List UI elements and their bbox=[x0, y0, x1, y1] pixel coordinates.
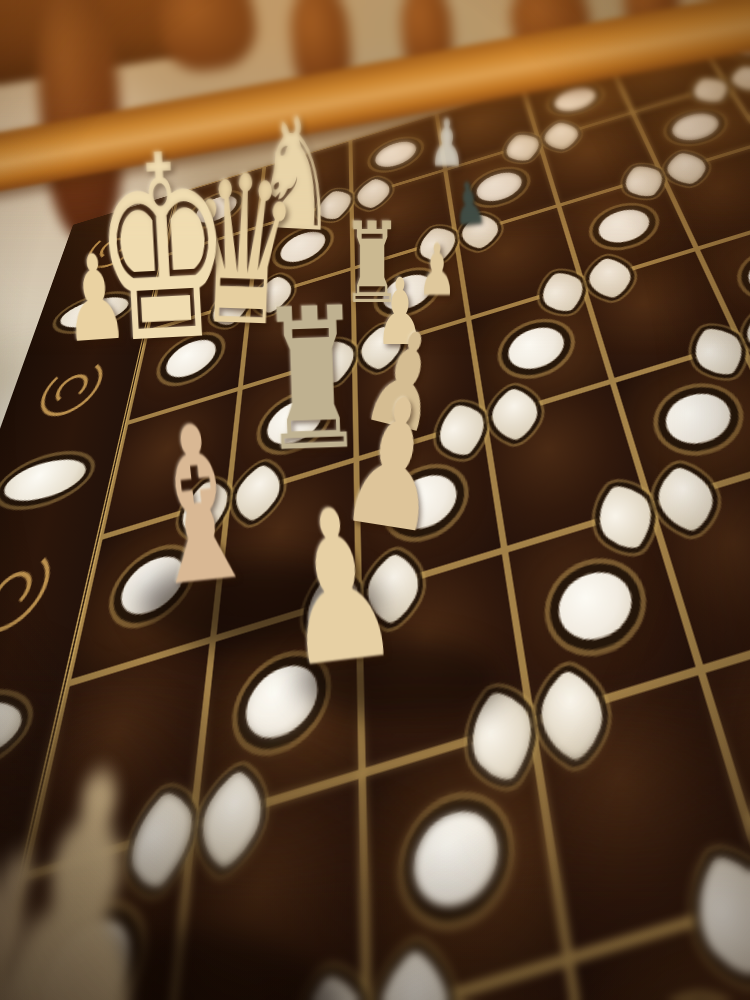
light-pawn[interactable]: ♟ bbox=[429, 111, 465, 177]
pieces-layer: ♟♚♛♞♜♜♟♟♝♟♟♟♟♟♟♟ bbox=[0, 0, 750, 1000]
photo-stage: ♟♚♛♞♜♜♟♟♝♟♟♟♟♟♟♟ bbox=[0, 0, 750, 1000]
light-king[interactable]: ♚ bbox=[88, 118, 238, 380]
light-bishop[interactable]: ♝ bbox=[129, 393, 266, 619]
dark-pawn[interactable]: ♟ bbox=[450, 173, 487, 234]
